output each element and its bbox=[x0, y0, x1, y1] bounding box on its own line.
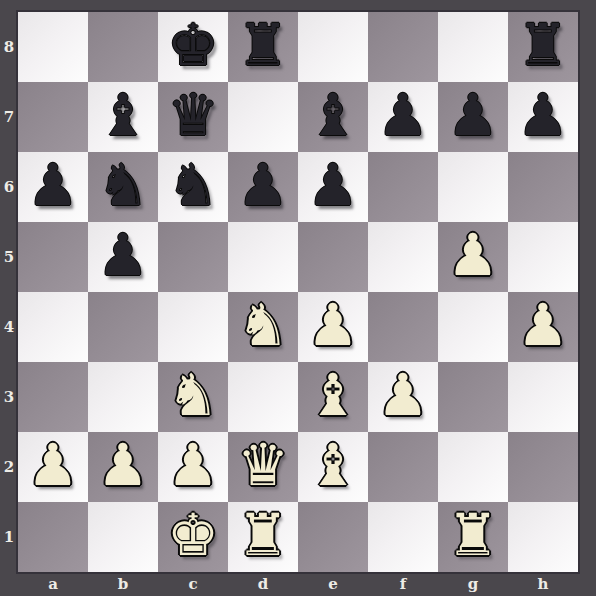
square-e1[interactable] bbox=[298, 502, 368, 572]
file-label-a: a bbox=[18, 572, 88, 596]
square-g2[interactable] bbox=[438, 432, 508, 502]
piece-white-pawn[interactable]: ♟ bbox=[97, 430, 149, 500]
square-f2[interactable] bbox=[368, 432, 438, 502]
file-label-g: g bbox=[438, 572, 508, 596]
square-b4[interactable] bbox=[88, 292, 158, 362]
square-g1[interactable]: ♜ bbox=[438, 502, 508, 572]
square-b5[interactable]: ♟ bbox=[88, 222, 158, 292]
square-d8[interactable]: ♜ bbox=[228, 12, 298, 82]
square-d3[interactable] bbox=[228, 362, 298, 432]
rank-label-6: 6 bbox=[0, 152, 18, 222]
square-d2[interactable]: ♛ bbox=[228, 432, 298, 502]
square-e2[interactable]: ♝ bbox=[298, 432, 368, 502]
rank-labels: 87654321 bbox=[0, 12, 18, 572]
square-e5[interactable] bbox=[298, 222, 368, 292]
square-b7[interactable]: ♝ bbox=[88, 82, 158, 152]
piece-black-pawn[interactable]: ♟ bbox=[237, 150, 289, 220]
piece-white-pawn[interactable]: ♟ bbox=[307, 290, 359, 360]
rank-label-2: 2 bbox=[0, 432, 18, 502]
piece-black-rook[interactable]: ♜ bbox=[237, 10, 289, 80]
file-labels: abcdefgh bbox=[18, 572, 578, 596]
piece-black-pawn[interactable]: ♟ bbox=[97, 220, 149, 290]
square-f7[interactable]: ♟ bbox=[368, 82, 438, 152]
piece-black-pawn[interactable]: ♟ bbox=[307, 150, 359, 220]
square-a4[interactable] bbox=[18, 292, 88, 362]
piece-black-pawn[interactable]: ♟ bbox=[27, 150, 79, 220]
file-label-f: f bbox=[368, 572, 438, 596]
piece-black-pawn[interactable]: ♟ bbox=[517, 80, 569, 150]
square-h8[interactable]: ♜ bbox=[508, 12, 578, 82]
square-d1[interactable]: ♜ bbox=[228, 502, 298, 572]
piece-black-rook[interactable]: ♜ bbox=[517, 10, 569, 80]
board-frame: ♚♜♜♝♛♝♟♟♟♟♞♞♟♟♟♟♞♟♟♞♝♟♟♟♟♛♝♚♜♜ 87654321 … bbox=[0, 0, 596, 596]
square-b1[interactable] bbox=[88, 502, 158, 572]
piece-white-pawn[interactable]: ♟ bbox=[167, 430, 219, 500]
square-d6[interactable]: ♟ bbox=[228, 152, 298, 222]
square-c8[interactable]: ♚ bbox=[158, 12, 228, 82]
piece-white-pawn[interactable]: ♟ bbox=[517, 290, 569, 360]
file-label-d: d bbox=[228, 572, 298, 596]
square-c1[interactable]: ♚ bbox=[158, 502, 228, 572]
file-label-c: c bbox=[158, 572, 228, 596]
square-d5[interactable] bbox=[228, 222, 298, 292]
square-d4[interactable]: ♞ bbox=[228, 292, 298, 362]
piece-black-bishop[interactable]: ♝ bbox=[307, 80, 359, 150]
square-a1[interactable] bbox=[18, 502, 88, 572]
square-f4[interactable] bbox=[368, 292, 438, 362]
square-c5[interactable] bbox=[158, 222, 228, 292]
rank-label-3: 3 bbox=[0, 362, 18, 432]
square-h1[interactable] bbox=[508, 502, 578, 572]
square-g7[interactable]: ♟ bbox=[438, 82, 508, 152]
rank-label-5: 5 bbox=[0, 222, 18, 292]
piece-black-bishop[interactable]: ♝ bbox=[97, 80, 149, 150]
piece-white-queen[interactable]: ♛ bbox=[237, 430, 289, 500]
piece-black-king[interactable]: ♚ bbox=[167, 10, 219, 80]
file-label-h: h bbox=[508, 572, 578, 596]
rank-label-8: 8 bbox=[0, 12, 18, 82]
square-a6[interactable]: ♟ bbox=[18, 152, 88, 222]
square-b3[interactable] bbox=[88, 362, 158, 432]
rank-label-4: 4 bbox=[0, 292, 18, 362]
square-h4[interactable]: ♟ bbox=[508, 292, 578, 362]
square-g3[interactable] bbox=[438, 362, 508, 432]
square-f5[interactable] bbox=[368, 222, 438, 292]
square-f1[interactable] bbox=[368, 502, 438, 572]
square-c6[interactable]: ♞ bbox=[158, 152, 228, 222]
square-e3[interactable]: ♝ bbox=[298, 362, 368, 432]
square-f3[interactable]: ♟ bbox=[368, 362, 438, 432]
square-c7[interactable]: ♛ bbox=[158, 82, 228, 152]
square-h5[interactable] bbox=[508, 222, 578, 292]
square-a8[interactable] bbox=[18, 12, 88, 82]
square-c2[interactable]: ♟ bbox=[158, 432, 228, 502]
square-g6[interactable] bbox=[438, 152, 508, 222]
square-e7[interactable]: ♝ bbox=[298, 82, 368, 152]
piece-white-knight[interactable]: ♞ bbox=[237, 290, 289, 360]
square-h7[interactable]: ♟ bbox=[508, 82, 578, 152]
square-a3[interactable] bbox=[18, 362, 88, 432]
square-a2[interactable]: ♟ bbox=[18, 432, 88, 502]
square-c3[interactable]: ♞ bbox=[158, 362, 228, 432]
piece-black-pawn[interactable]: ♟ bbox=[377, 80, 429, 150]
square-e6[interactable]: ♟ bbox=[298, 152, 368, 222]
square-a5[interactable] bbox=[18, 222, 88, 292]
piece-white-king[interactable]: ♚ bbox=[167, 500, 219, 570]
piece-black-knight[interactable]: ♞ bbox=[97, 150, 149, 220]
square-h6[interactable] bbox=[508, 152, 578, 222]
chess-board: ♚♜♜♝♛♝♟♟♟♟♞♞♟♟♟♟♞♟♟♞♝♟♟♟♟♛♝♚♜♜ bbox=[18, 12, 578, 572]
rank-label-7: 7 bbox=[0, 82, 18, 152]
square-f8[interactable] bbox=[368, 12, 438, 82]
piece-black-queen[interactable]: ♛ bbox=[167, 80, 219, 150]
square-g8[interactable] bbox=[438, 12, 508, 82]
piece-white-pawn[interactable]: ♟ bbox=[27, 430, 79, 500]
square-b8[interactable] bbox=[88, 12, 158, 82]
rank-label-1: 1 bbox=[0, 502, 18, 572]
square-g4[interactable] bbox=[438, 292, 508, 362]
piece-black-knight[interactable]: ♞ bbox=[167, 150, 219, 220]
square-h2[interactable] bbox=[508, 432, 578, 502]
file-label-e: e bbox=[298, 572, 368, 596]
square-a7[interactable] bbox=[18, 82, 88, 152]
square-b2[interactable]: ♟ bbox=[88, 432, 158, 502]
square-d7[interactable] bbox=[228, 82, 298, 152]
square-f6[interactable] bbox=[368, 152, 438, 222]
file-label-b: b bbox=[88, 572, 158, 596]
square-c4[interactable] bbox=[158, 292, 228, 362]
square-b6[interactable]: ♞ bbox=[88, 152, 158, 222]
piece-white-bishop[interactable]: ♝ bbox=[307, 360, 359, 430]
square-h3[interactable] bbox=[508, 362, 578, 432]
square-e8[interactable] bbox=[298, 12, 368, 82]
piece-white-pawn[interactable]: ♟ bbox=[377, 360, 429, 430]
piece-white-pawn[interactable]: ♟ bbox=[447, 220, 499, 290]
piece-white-bishop[interactable]: ♝ bbox=[307, 430, 359, 500]
piece-white-knight[interactable]: ♞ bbox=[167, 360, 219, 430]
piece-white-rook[interactable]: ♜ bbox=[447, 500, 499, 570]
piece-white-rook[interactable]: ♜ bbox=[237, 500, 289, 570]
piece-black-pawn[interactable]: ♟ bbox=[447, 80, 499, 150]
square-g5[interactable]: ♟ bbox=[438, 222, 508, 292]
square-e4[interactable]: ♟ bbox=[298, 292, 368, 362]
